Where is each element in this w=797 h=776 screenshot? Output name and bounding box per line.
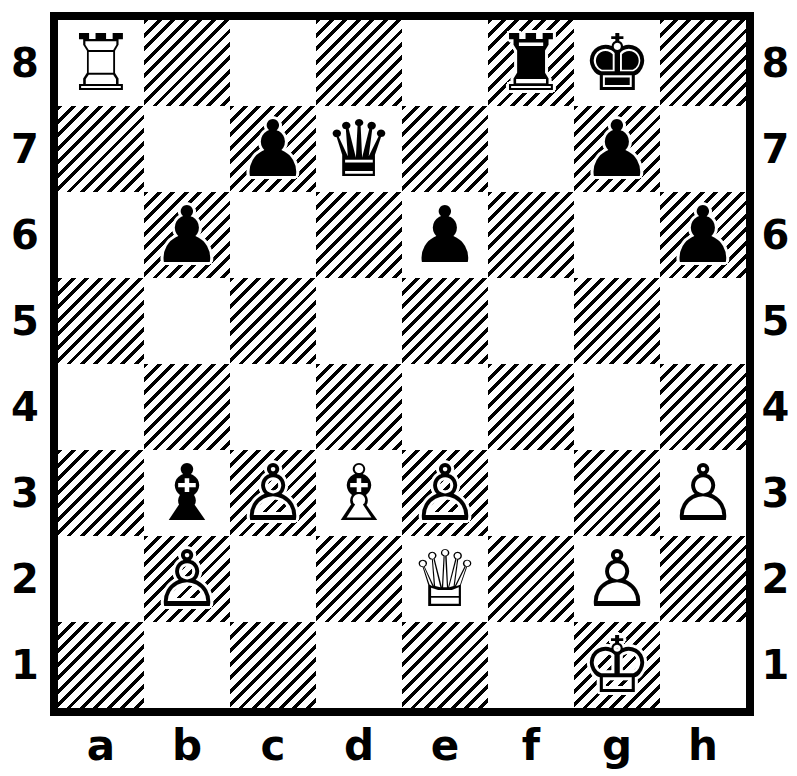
chess-board: ♖♜♚♟♛♟♟♟♟♝♙♗♙♙♙♕♙♔: [50, 12, 754, 716]
square-d5: [316, 278, 402, 364]
square-e2: ♕: [402, 536, 488, 622]
square-e6: ♟: [402, 192, 488, 278]
square-d8: [316, 20, 402, 106]
square-e4: [402, 364, 488, 450]
square-c1: [230, 622, 316, 708]
square-c3: ♙: [230, 450, 316, 536]
square-a2: [58, 536, 144, 622]
square-c7: ♟: [230, 106, 316, 192]
rank-label-2-right: 2: [754, 536, 797, 622]
square-c5: [230, 278, 316, 364]
square-e3: ♙: [402, 450, 488, 536]
square-h6: ♟: [660, 192, 746, 278]
square-b8: [144, 20, 230, 106]
black-queen-d7: ♛: [324, 106, 394, 192]
file-label-h: h: [660, 714, 746, 776]
rank-label-7-left: 7: [0, 106, 50, 192]
square-a6: [58, 192, 144, 278]
white-pawn-g2: ♙: [582, 536, 652, 622]
rank-label-4-left: 4: [0, 364, 50, 450]
rank-label-8-left: 8: [0, 20, 50, 106]
square-a3: [58, 450, 144, 536]
rank-label-1-right: 1: [754, 622, 797, 708]
file-label-b: b: [144, 714, 230, 776]
square-h2: [660, 536, 746, 622]
square-g3: [574, 450, 660, 536]
black-rook-f8: ♜: [496, 20, 566, 106]
square-f3: [488, 450, 574, 536]
square-b3: ♝: [144, 450, 230, 536]
square-f8: ♜: [488, 20, 574, 106]
square-a7: [58, 106, 144, 192]
file-labels: abcdefgh: [58, 714, 746, 776]
black-pawn-c7: ♟: [238, 106, 308, 192]
square-b4: [144, 364, 230, 450]
chess-diagram: 87654321 ♖♜♚♟♛♟♟♟♟♝♙♗♙♙♙♕♙♔ 87654321 abc…: [0, 0, 797, 776]
square-h4: [660, 364, 746, 450]
square-c2: [230, 536, 316, 622]
rank-label-6-left: 6: [0, 192, 50, 278]
square-g4: [574, 364, 660, 450]
white-queen-e2: ♕: [410, 536, 480, 622]
square-h7: [660, 106, 746, 192]
square-h3: ♙: [660, 450, 746, 536]
black-pawn-e6: ♟: [410, 192, 480, 278]
rank-label-6-right: 6: [754, 192, 797, 278]
square-b7: [144, 106, 230, 192]
square-e5: [402, 278, 488, 364]
square-g8: ♚: [574, 20, 660, 106]
square-a5: [58, 278, 144, 364]
file-label-a: a: [58, 714, 144, 776]
rank-label-3-right: 3: [754, 450, 797, 536]
square-h1: [660, 622, 746, 708]
white-pawn-e3: ♙: [410, 450, 480, 536]
square-b2: ♙: [144, 536, 230, 622]
square-g2: ♙: [574, 536, 660, 622]
square-f2: [488, 536, 574, 622]
square-d4: [316, 364, 402, 450]
square-b5: [144, 278, 230, 364]
file-label-e: e: [402, 714, 488, 776]
rank-label-4-right: 4: [754, 364, 797, 450]
rank-label-7-right: 7: [754, 106, 797, 192]
square-g1: ♔: [574, 622, 660, 708]
square-f4: [488, 364, 574, 450]
square-g5: [574, 278, 660, 364]
rank-labels-left: 87654321: [0, 20, 50, 708]
black-pawn-h6: ♟: [668, 192, 738, 278]
square-f7: [488, 106, 574, 192]
square-g6: [574, 192, 660, 278]
file-label-d: d: [316, 714, 402, 776]
white-rook-a8: ♖: [66, 20, 136, 106]
rank-label-2-left: 2: [0, 536, 50, 622]
square-a8: ♖: [58, 20, 144, 106]
rank-label-3-left: 3: [0, 450, 50, 536]
rank-label-8-right: 8: [754, 20, 797, 106]
square-a1: [58, 622, 144, 708]
square-a4: [58, 364, 144, 450]
file-label-f: f: [488, 714, 574, 776]
square-c6: [230, 192, 316, 278]
square-f6: [488, 192, 574, 278]
square-c8: [230, 20, 316, 106]
square-h5: [660, 278, 746, 364]
square-c4: [230, 364, 316, 450]
file-label-g: g: [574, 714, 660, 776]
square-d1: [316, 622, 402, 708]
square-h8: [660, 20, 746, 106]
white-pawn-h3: ♙: [668, 450, 738, 536]
rank-label-5-right: 5: [754, 278, 797, 364]
square-d2: [316, 536, 402, 622]
black-pawn-g7: ♟: [582, 106, 652, 192]
square-e1: [402, 622, 488, 708]
file-label-c: c: [230, 714, 316, 776]
square-d3: ♗: [316, 450, 402, 536]
square-b6: ♟: [144, 192, 230, 278]
black-pawn-b6: ♟: [152, 192, 222, 278]
white-king-g1: ♔: [582, 622, 652, 708]
square-e8: [402, 20, 488, 106]
white-pawn-c3: ♙: [238, 450, 308, 536]
square-f1: [488, 622, 574, 708]
black-bishop-b3: ♝: [152, 450, 222, 536]
white-pawn-b2: ♙: [152, 536, 222, 622]
white-bishop-d3: ♗: [324, 450, 394, 536]
rank-labels-right: 87654321: [754, 20, 797, 708]
square-f5: [488, 278, 574, 364]
black-king-g8: ♚: [582, 20, 652, 106]
square-g7: ♟: [574, 106, 660, 192]
square-e7: [402, 106, 488, 192]
square-b1: [144, 622, 230, 708]
rank-label-5-left: 5: [0, 278, 50, 364]
rank-label-1-left: 1: [0, 622, 50, 708]
square-d7: ♛: [316, 106, 402, 192]
square-d6: [316, 192, 402, 278]
